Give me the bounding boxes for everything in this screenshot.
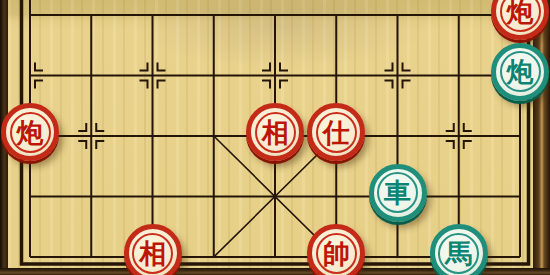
xiangqi-board: 炮炮炮相仕車相帥馬 xyxy=(0,0,550,275)
piece-glyph: 相 xyxy=(262,119,289,146)
piece-red-cannon-i5[interactable]: 炮 xyxy=(491,0,549,40)
piece-black-cannon-i4[interactable]: 炮 xyxy=(491,43,549,101)
piece-black-horse-h1[interactable]: 馬 xyxy=(430,224,488,275)
piece-inner-ring: 相 xyxy=(255,112,296,153)
piece-inner-ring: 相 xyxy=(132,233,173,274)
piece-inner-ring: 炮 xyxy=(500,0,541,32)
piece-red-general-f1[interactable]: 帥 xyxy=(307,224,365,275)
piece-glyph: 炮 xyxy=(507,0,534,25)
piece-inner-ring: 仕 xyxy=(316,112,357,153)
piece-glyph: 炮 xyxy=(507,58,534,85)
piece-glyph: 相 xyxy=(139,240,166,267)
piece-inner-ring: 帥 xyxy=(316,233,357,274)
piece-glyph: 帥 xyxy=(323,240,350,267)
pieces-layer: 炮炮炮相仕車相帥馬 xyxy=(0,0,550,275)
piece-red-cannon-a3[interactable]: 炮 xyxy=(1,103,59,161)
piece-glyph: 仕 xyxy=(323,119,350,146)
piece-inner-ring: 炮 xyxy=(10,112,51,153)
piece-glyph: 車 xyxy=(384,179,411,206)
piece-red-advisor-f3[interactable]: 仕 xyxy=(307,103,365,161)
piece-glyph: 炮 xyxy=(17,119,44,146)
piece-red-elephant-c1[interactable]: 相 xyxy=(124,224,182,275)
piece-inner-ring: 炮 xyxy=(500,51,541,92)
piece-black-chariot-g2[interactable]: 車 xyxy=(369,164,427,222)
piece-red-elephant-e3[interactable]: 相 xyxy=(246,103,304,161)
piece-inner-ring: 車 xyxy=(377,172,418,213)
piece-glyph: 馬 xyxy=(445,240,472,267)
piece-inner-ring: 馬 xyxy=(438,233,479,274)
